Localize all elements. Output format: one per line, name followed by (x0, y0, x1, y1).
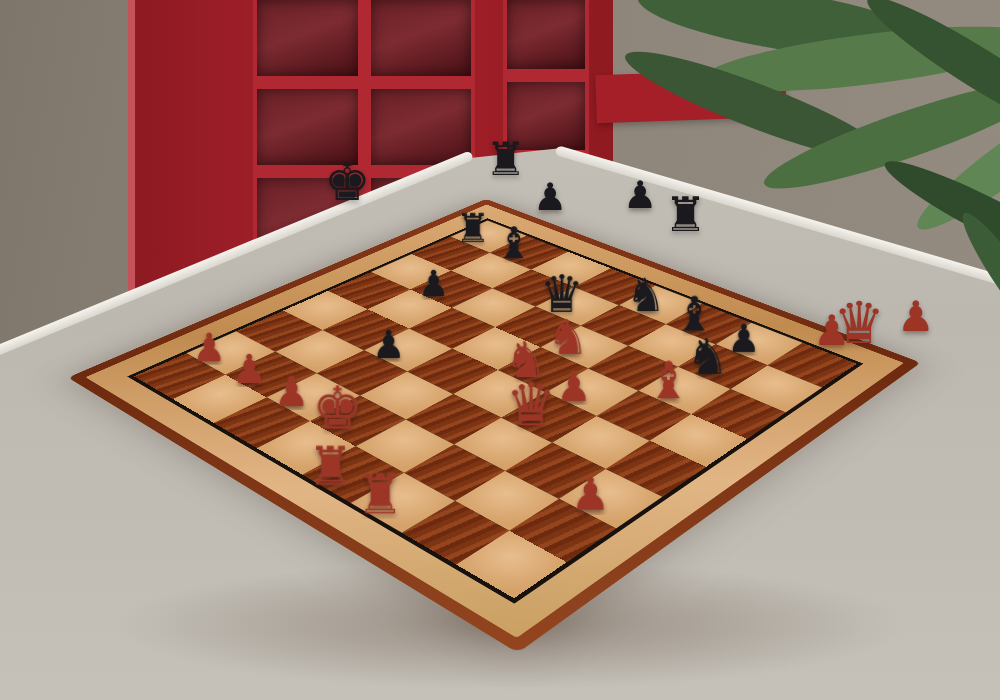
red-knight[interactable]: ♞ (547, 313, 589, 361)
black-knight[interactable]: ♞ (686, 332, 729, 382)
black-rook[interactable]: ♜ (456, 208, 491, 248)
black-pawn[interactable]: ♟ (418, 265, 449, 301)
red-pawn[interactable]: ♟ (232, 349, 266, 389)
chess-photo-scene: ♜♝♞♝♟♛♞♟♞♝♞♟♟♛♟♟♟♟♚♜♜ ♚♜♟♟♜♛♟♟ (0, 0, 1000, 700)
offboard-black-pawn[interactable]: ♟ (623, 176, 657, 214)
offboard-black-pawn[interactable]: ♟ (533, 178, 567, 216)
offboard-black-rook[interactable]: ♜ (485, 136, 526, 182)
red-queen[interactable]: ♛ (506, 376, 556, 435)
red-pawn[interactable]: ♟ (571, 471, 610, 517)
booth-window-pane (257, 0, 358, 76)
offboard-black-rook[interactable]: ♜ (664, 190, 707, 238)
black-bishop[interactable]: ♝ (495, 222, 532, 265)
red-king[interactable]: ♚ (312, 379, 363, 438)
red-rook[interactable]: ♜ (357, 467, 404, 522)
offboard-red-pawn[interactable]: ♟ (813, 310, 851, 352)
black-pawn[interactable]: ♟ (372, 325, 405, 364)
black-knight[interactable]: ♞ (626, 272, 665, 318)
red-pawn[interactable]: ♟ (192, 328, 226, 367)
red-pawn[interactable]: ♟ (556, 366, 591, 407)
booth-window-pane (507, 0, 585, 69)
black-pawn[interactable]: ♟ (727, 319, 760, 358)
booth-window-pane (371, 89, 472, 165)
red-rook[interactable]: ♜ (308, 439, 354, 493)
red-bishop[interactable]: ♝ (646, 355, 690, 406)
red-pawn[interactable]: ♟ (274, 371, 309, 412)
offboard-red-pawn[interactable]: ♟ (897, 296, 935, 338)
booth-window-pane (371, 0, 472, 76)
offboard-black-king[interactable]: ♚ (324, 156, 371, 208)
